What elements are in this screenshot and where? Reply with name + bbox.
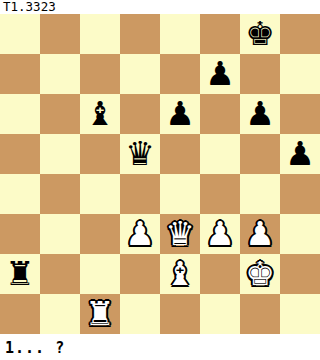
chess-diagram: T1.3323 ♚♟♝♟♟♛♟♟♛♟♟♜♝♚♜ 1... ? <box>0 0 320 360</box>
chess-board: ♚♟♝♟♟♛♟♟♛♟♟♜♝♚♜ <box>0 14 320 334</box>
black-pawn-piece[interactable]: ♟ <box>165 94 195 134</box>
square-g7[interactable] <box>240 54 280 94</box>
square-e1[interactable] <box>160 294 200 334</box>
square-a5[interactable] <box>0 134 40 174</box>
white-pawn-piece[interactable]: ♟ <box>245 214 275 254</box>
square-h4[interactable] <box>280 174 320 214</box>
square-d6[interactable] <box>120 94 160 134</box>
square-b5[interactable] <box>40 134 80 174</box>
square-a6[interactable] <box>0 94 40 134</box>
square-f5[interactable] <box>200 134 240 174</box>
square-a4[interactable] <box>0 174 40 214</box>
square-f6[interactable] <box>200 94 240 134</box>
white-pawn-piece[interactable]: ♟ <box>205 214 235 254</box>
black-queen-piece[interactable]: ♛ <box>125 134 155 174</box>
square-e3[interactable]: ♛ <box>160 214 200 254</box>
square-e5[interactable] <box>160 134 200 174</box>
square-b8[interactable] <box>40 14 80 54</box>
square-g4[interactable] <box>240 174 280 214</box>
square-d8[interactable] <box>120 14 160 54</box>
square-f8[interactable] <box>200 14 240 54</box>
square-c8[interactable] <box>80 14 120 54</box>
square-e4[interactable] <box>160 174 200 214</box>
square-h7[interactable] <box>280 54 320 94</box>
black-pawn-piece[interactable]: ♟ <box>245 94 275 134</box>
white-pawn-piece[interactable]: ♟ <box>125 214 155 254</box>
square-a7[interactable] <box>0 54 40 94</box>
black-rook-piece[interactable]: ♜ <box>5 254 35 294</box>
square-f2[interactable] <box>200 254 240 294</box>
square-c6[interactable]: ♝ <box>80 94 120 134</box>
square-e6[interactable]: ♟ <box>160 94 200 134</box>
square-d1[interactable] <box>120 294 160 334</box>
white-king-piece[interactable]: ♚ <box>245 254 275 294</box>
square-h6[interactable] <box>280 94 320 134</box>
square-f4[interactable] <box>200 174 240 214</box>
square-g5[interactable] <box>240 134 280 174</box>
square-f3[interactable]: ♟ <box>200 214 240 254</box>
square-d7[interactable] <box>120 54 160 94</box>
square-c1[interactable]: ♜ <box>80 294 120 334</box>
black-king-piece[interactable]: ♚ <box>245 14 275 54</box>
square-a2[interactable]: ♜ <box>0 254 40 294</box>
square-a1[interactable] <box>0 294 40 334</box>
white-queen-piece[interactable]: ♛ <box>165 214 195 254</box>
square-e7[interactable] <box>160 54 200 94</box>
black-pawn-piece[interactable]: ♟ <box>205 54 235 94</box>
square-a3[interactable] <box>0 214 40 254</box>
square-g1[interactable] <box>240 294 280 334</box>
square-d4[interactable] <box>120 174 160 214</box>
move-prompt: 1... ? <box>0 334 320 360</box>
square-e2[interactable]: ♝ <box>160 254 200 294</box>
square-g8[interactable]: ♚ <box>240 14 280 54</box>
square-f1[interactable] <box>200 294 240 334</box>
square-c3[interactable] <box>80 214 120 254</box>
square-c7[interactable] <box>80 54 120 94</box>
square-h2[interactable] <box>280 254 320 294</box>
square-h3[interactable] <box>280 214 320 254</box>
square-b3[interactable] <box>40 214 80 254</box>
square-h8[interactable] <box>280 14 320 54</box>
square-h1[interactable] <box>280 294 320 334</box>
square-c2[interactable] <box>80 254 120 294</box>
square-d2[interactable] <box>120 254 160 294</box>
square-g6[interactable]: ♟ <box>240 94 280 134</box>
square-h5[interactable]: ♟ <box>280 134 320 174</box>
square-b4[interactable] <box>40 174 80 214</box>
square-f7[interactable]: ♟ <box>200 54 240 94</box>
square-b6[interactable] <box>40 94 80 134</box>
white-rook-piece[interactable]: ♜ <box>85 294 115 334</box>
square-g3[interactable]: ♟ <box>240 214 280 254</box>
square-c4[interactable] <box>80 174 120 214</box>
square-c5[interactable] <box>80 134 120 174</box>
square-e8[interactable] <box>160 14 200 54</box>
black-bishop-piece[interactable]: ♝ <box>85 94 115 134</box>
square-b7[interactable] <box>40 54 80 94</box>
puzzle-title: T1.3323 <box>0 0 320 14</box>
square-a8[interactable] <box>0 14 40 54</box>
square-d3[interactable]: ♟ <box>120 214 160 254</box>
square-d5[interactable]: ♛ <box>120 134 160 174</box>
square-b2[interactable] <box>40 254 80 294</box>
square-b1[interactable] <box>40 294 80 334</box>
black-pawn-piece[interactable]: ♟ <box>285 134 315 174</box>
square-g2[interactable]: ♚ <box>240 254 280 294</box>
white-bishop-piece[interactable]: ♝ <box>165 254 195 294</box>
